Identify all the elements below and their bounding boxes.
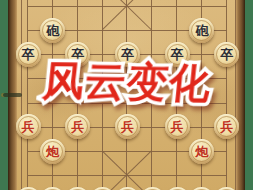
- piece-black-cannon[interactable]: 砲: [189, 18, 214, 43]
- board-line: [102, 103, 103, 190]
- board-line: [102, 150, 152, 190]
- piece-glyph: 兵: [121, 120, 134, 133]
- board-line: [151, 103, 152, 190]
- board-frame-right: [236, 0, 245, 190]
- piece-glyph: 卒: [22, 48, 35, 61]
- piece-red-cannon[interactable]: 炮: [189, 139, 214, 164]
- piece-red-soldier[interactable]: 兵: [16, 114, 41, 139]
- board-line: [102, 0, 152, 30]
- piece-glyph: 砲: [46, 24, 59, 37]
- piece-glyph: 兵: [22, 120, 35, 133]
- board-line: [27, 0, 28, 190]
- piece-glyph: 兵: [71, 120, 84, 133]
- piece-glyph: 兵: [171, 120, 184, 133]
- piece-black-soldier[interactable]: 卒: [16, 42, 41, 67]
- title-overlay: 风云变化 风云变化: [40, 61, 212, 104]
- piece-glyph: 炮: [46, 145, 59, 158]
- title-text: 风云变化: [40, 58, 213, 106]
- video-frame: 砲砲卒卒卒卒卒兵兵兵兵兵炮炮車馬相仕帥仕相馬車 风云变化 风云变化: [0, 0, 253, 190]
- piece-red-soldier[interactable]: 兵: [165, 114, 190, 139]
- board-line: [226, 0, 227, 190]
- piece-glyph: 兵: [220, 120, 233, 133]
- piece-glyph: 卒: [220, 48, 233, 61]
- piece-glyph: 炮: [195, 145, 208, 158]
- piece-black-soldier[interactable]: 卒: [214, 42, 239, 67]
- piece-red-cannon[interactable]: 炮: [40, 139, 65, 164]
- watermark: [1, 93, 22, 97]
- piece-glyph: 砲: [195, 24, 208, 37]
- piece-black-cannon[interactable]: 砲: [40, 18, 65, 43]
